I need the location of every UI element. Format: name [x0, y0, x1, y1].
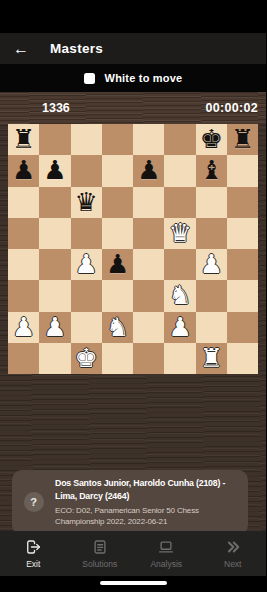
square-h1[interactable] — [227, 343, 258, 374]
square-c3[interactable] — [71, 280, 102, 311]
square-g4[interactable]: ♟ — [196, 249, 227, 280]
white-pawn: ♟ — [164, 312, 195, 343]
square-f4[interactable] — [164, 249, 195, 280]
back-arrow-icon[interactable]: ← — [13, 41, 29, 57]
white-king: ♚ — [71, 343, 102, 374]
square-d4[interactable]: ♟ — [102, 249, 133, 280]
players-names: Dos Santos Junior, Haroldo Cunha (2108) … — [55, 477, 239, 503]
next-icon — [224, 538, 242, 556]
square-b4[interactable] — [39, 249, 70, 280]
square-h8[interactable]: ♜ — [227, 124, 258, 155]
square-b6[interactable] — [39, 187, 70, 218]
white-pawn: ♟ — [71, 249, 102, 280]
turn-label: White to move — [105, 72, 183, 84]
puzzle-rating: 1336 — [42, 101, 70, 115]
nav-exit-label: Exit — [26, 559, 40, 569]
timer: 00:00:02 — [206, 101, 258, 115]
black-queen: ♛ — [71, 187, 102, 218]
bottom-nav: Exit Solutions Analysis — [0, 531, 266, 576]
square-b8[interactable] — [39, 124, 70, 155]
square-e1[interactable] — [133, 343, 164, 374]
square-g5[interactable] — [196, 218, 227, 249]
page-title: Masters — [50, 41, 103, 56]
app-screen: ← Masters White to move 1336 00:00:02 ♜♚… — [0, 0, 266, 592]
square-g6[interactable] — [196, 187, 227, 218]
nav-solutions-button[interactable]: Solutions — [67, 531, 134, 576]
white-rook: ♜ — [196, 343, 227, 374]
black-pawn: ♟ — [133, 155, 164, 186]
square-d2[interactable]: ♞ — [102, 312, 133, 343]
white-pawn: ♟ — [39, 312, 70, 343]
square-f5[interactable]: ♛ — [164, 218, 195, 249]
white-to-move-checkbox[interactable] — [84, 73, 95, 84]
square-g2[interactable] — [196, 312, 227, 343]
game-info-card[interactable]: ? Dos Santos Junior, Haroldo Cunha (2108… — [12, 470, 248, 535]
nav-next-label: Next — [224, 559, 241, 569]
square-c8[interactable] — [71, 124, 102, 155]
exit-icon — [24, 538, 42, 556]
square-b5[interactable] — [39, 218, 70, 249]
black-king: ♚ — [196, 124, 227, 155]
square-c6[interactable]: ♛ — [71, 187, 102, 218]
square-f6[interactable] — [164, 187, 195, 218]
game-info-text: Dos Santos Junior, Haroldo Cunha (2108) … — [55, 477, 239, 528]
analysis-icon — [157, 538, 175, 556]
app-header: ← Masters — [0, 33, 266, 64]
square-d6[interactable] — [102, 187, 133, 218]
nav-analysis-label: Analysis — [150, 559, 182, 569]
nav-next-button[interactable]: Next — [200, 531, 267, 576]
square-h2[interactable] — [227, 312, 258, 343]
status-bar — [0, 0, 266, 33]
square-b7[interactable]: ♟ — [39, 155, 70, 186]
square-c4[interactable]: ♟ — [71, 249, 102, 280]
square-f1[interactable] — [164, 343, 195, 374]
square-g1[interactable]: ♜ — [196, 343, 227, 374]
square-c5[interactable] — [71, 218, 102, 249]
square-b2[interactable]: ♟ — [39, 312, 70, 343]
square-g3[interactable] — [196, 280, 227, 311]
square-c1[interactable]: ♚ — [71, 343, 102, 374]
square-e6[interactable] — [133, 187, 164, 218]
white-queen: ♛ — [164, 218, 195, 249]
square-a7[interactable]: ♟ — [8, 155, 39, 186]
square-e7[interactable]: ♟ — [133, 155, 164, 186]
gesture-area — [0, 576, 266, 592]
black-rook: ♜ — [8, 124, 39, 155]
black-pawn: ♟ — [39, 155, 70, 186]
square-h3[interactable] — [227, 280, 258, 311]
black-bishop: ♝ — [196, 155, 227, 186]
square-d1[interactable] — [102, 343, 133, 374]
square-a3[interactable] — [8, 280, 39, 311]
square-h4[interactable] — [227, 249, 258, 280]
square-a1[interactable] — [8, 343, 39, 374]
white-pawn: ♟ — [8, 312, 39, 343]
home-indicator[interactable] — [100, 581, 167, 585]
square-a5[interactable] — [8, 218, 39, 249]
square-d3[interactable] — [102, 280, 133, 311]
square-g8[interactable]: ♚ — [196, 124, 227, 155]
square-b3[interactable] — [39, 280, 70, 311]
info-bar: 1336 00:00:02 — [0, 92, 266, 124]
square-e8[interactable] — [133, 124, 164, 155]
square-a8[interactable]: ♜ — [8, 124, 39, 155]
black-pawn: ♟ — [102, 249, 133, 280]
square-e2[interactable] — [133, 312, 164, 343]
square-e5[interactable] — [133, 218, 164, 249]
square-d7[interactable] — [102, 155, 133, 186]
square-g7[interactable]: ♝ — [196, 155, 227, 186]
square-f3[interactable]: ♞ — [164, 280, 195, 311]
square-c7[interactable] — [71, 155, 102, 186]
black-pawn: ♟ — [8, 155, 39, 186]
white-knight: ♞ — [102, 312, 133, 343]
square-a6[interactable] — [8, 187, 39, 218]
square-a2[interactable]: ♟ — [8, 312, 39, 343]
square-f8[interactable] — [164, 124, 195, 155]
square-f2[interactable]: ♟ — [164, 312, 195, 343]
square-h7[interactable] — [227, 155, 258, 186]
solutions-icon — [91, 538, 109, 556]
square-f7[interactable] — [164, 155, 195, 186]
nav-analysis-button[interactable]: Analysis — [133, 531, 200, 576]
game-details: ECO: D02, Panamerican Senior 50 Chess Ch… — [55, 505, 239, 528]
question-icon[interactable]: ? — [12, 492, 55, 512]
square-h6[interactable] — [227, 187, 258, 218]
square-e3[interactable] — [133, 280, 164, 311]
white-knight: ♞ — [164, 280, 195, 311]
chess-board[interactable]: ♜♚♜♟♟♟♝♛♛♟♟♟♞♟♟♞♟♚♜ — [8, 124, 258, 374]
square-d5[interactable] — [102, 218, 133, 249]
square-c2[interactable] — [71, 312, 102, 343]
white-pawn: ♟ — [196, 249, 227, 280]
square-h5[interactable] — [227, 218, 258, 249]
nav-exit-button[interactable]: Exit — [0, 531, 67, 576]
square-e4[interactable] — [133, 249, 164, 280]
square-b1[interactable] — [39, 343, 70, 374]
nav-solutions-label: Solutions — [82, 559, 117, 569]
black-rook: ♜ — [227, 124, 258, 155]
turn-bar: White to move — [0, 64, 266, 92]
square-a4[interactable] — [8, 249, 39, 280]
square-d8[interactable] — [102, 124, 133, 155]
